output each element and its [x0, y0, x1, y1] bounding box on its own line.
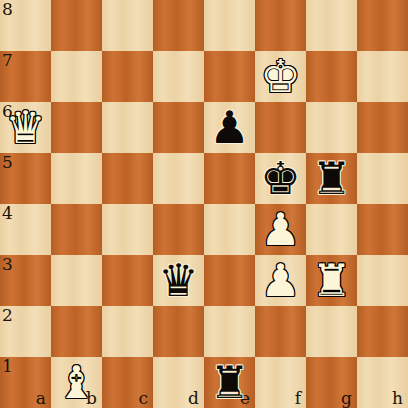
square-g4[interactable]: [306, 204, 357, 255]
file-label-c: c: [138, 390, 148, 407]
square-h5[interactable]: [357, 153, 408, 204]
rank-label-5: 5: [2, 154, 13, 171]
file-label-d: d: [188, 390, 199, 407]
rank-label-1: 1: [2, 358, 13, 375]
square-g8[interactable]: [306, 0, 357, 51]
square-e5[interactable]: [204, 153, 255, 204]
square-h1[interactable]: h: [357, 357, 408, 408]
chess-board: 87♚6♛♟5♚♜4♟3♛♟♜21ab♝cde♜fgh: [0, 0, 408, 408]
square-g2[interactable]: [306, 306, 357, 357]
file-label-f: f: [295, 390, 301, 407]
square-d4[interactable]: [153, 204, 204, 255]
rank-label-3: 3: [2, 256, 13, 273]
piece-black-rook[interactable]: ♜: [204, 357, 255, 408]
square-d3[interactable]: ♛: [153, 255, 204, 306]
square-c4[interactable]: [102, 204, 153, 255]
square-d6[interactable]: [153, 102, 204, 153]
square-a3[interactable]: 3: [0, 255, 51, 306]
square-a2[interactable]: 2: [0, 306, 51, 357]
square-h6[interactable]: [357, 102, 408, 153]
piece-black-rook[interactable]: ♜: [306, 153, 357, 204]
file-label-a: a: [36, 390, 46, 407]
square-h4[interactable]: [357, 204, 408, 255]
square-b5[interactable]: [51, 153, 102, 204]
square-a8[interactable]: 8: [0, 0, 51, 51]
square-a7[interactable]: 7: [0, 51, 51, 102]
square-h2[interactable]: [357, 306, 408, 357]
square-b7[interactable]: [51, 51, 102, 102]
square-f7[interactable]: ♚: [255, 51, 306, 102]
square-b6[interactable]: [51, 102, 102, 153]
rank-label-4: 4: [2, 205, 13, 222]
square-d8[interactable]: [153, 0, 204, 51]
square-b3[interactable]: [51, 255, 102, 306]
square-g7[interactable]: [306, 51, 357, 102]
square-c5[interactable]: [102, 153, 153, 204]
square-b2[interactable]: [51, 306, 102, 357]
square-f3[interactable]: ♟: [255, 255, 306, 306]
square-c7[interactable]: [102, 51, 153, 102]
square-f2[interactable]: [255, 306, 306, 357]
rank-label-2: 2: [2, 307, 13, 324]
square-e8[interactable]: [204, 0, 255, 51]
square-e2[interactable]: [204, 306, 255, 357]
square-e3[interactable]: [204, 255, 255, 306]
piece-white-king[interactable]: ♚: [255, 51, 306, 102]
square-a6[interactable]: 6♛: [0, 102, 51, 153]
square-d5[interactable]: [153, 153, 204, 204]
square-h8[interactable]: [357, 0, 408, 51]
piece-black-king[interactable]: ♚: [255, 153, 306, 204]
square-f1[interactable]: f: [255, 357, 306, 408]
piece-white-pawn[interactable]: ♟: [255, 255, 306, 306]
square-g3[interactable]: ♜: [306, 255, 357, 306]
square-d2[interactable]: [153, 306, 204, 357]
square-c1[interactable]: c: [102, 357, 153, 408]
square-c8[interactable]: [102, 0, 153, 51]
square-d7[interactable]: [153, 51, 204, 102]
square-e6[interactable]: ♟: [204, 102, 255, 153]
piece-black-queen[interactable]: ♛: [153, 255, 204, 306]
square-d1[interactable]: d: [153, 357, 204, 408]
rank-label-8: 8: [2, 1, 13, 18]
square-a4[interactable]: 4: [0, 204, 51, 255]
piece-black-pawn[interactable]: ♟: [204, 102, 255, 153]
square-e4[interactable]: [204, 204, 255, 255]
square-f5[interactable]: ♚: [255, 153, 306, 204]
square-b4[interactable]: [51, 204, 102, 255]
square-h7[interactable]: [357, 51, 408, 102]
file-label-h: h: [392, 390, 403, 407]
file-label-g: g: [341, 390, 352, 407]
square-g5[interactable]: ♜: [306, 153, 357, 204]
square-c3[interactable]: [102, 255, 153, 306]
square-f4[interactable]: ♟: [255, 204, 306, 255]
square-h3[interactable]: [357, 255, 408, 306]
square-b8[interactable]: [51, 0, 102, 51]
square-e7[interactable]: [204, 51, 255, 102]
square-a5[interactable]: 5: [0, 153, 51, 204]
square-c2[interactable]: [102, 306, 153, 357]
piece-white-rook[interactable]: ♜: [306, 255, 357, 306]
piece-white-bishop[interactable]: ♝: [51, 357, 102, 408]
square-g6[interactable]: [306, 102, 357, 153]
square-e1[interactable]: e♜: [204, 357, 255, 408]
square-a1[interactable]: 1a: [0, 357, 51, 408]
rank-label-7: 7: [2, 52, 13, 69]
piece-white-pawn[interactable]: ♟: [255, 204, 306, 255]
square-f6[interactable]: [255, 102, 306, 153]
square-c6[interactable]: [102, 102, 153, 153]
piece-white-queen[interactable]: ♛: [0, 102, 51, 153]
square-f8[interactable]: [255, 0, 306, 51]
square-b1[interactable]: b♝: [51, 357, 102, 408]
square-g1[interactable]: g: [306, 357, 357, 408]
